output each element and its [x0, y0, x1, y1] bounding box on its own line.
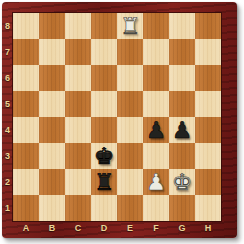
square-h3[interactable]	[195, 143, 221, 169]
file-label-e: E	[117, 221, 143, 238]
square-h1[interactable]	[195, 195, 221, 221]
square-e1[interactable]	[117, 195, 143, 221]
square-a2[interactable]	[13, 169, 39, 195]
file-label-g: G	[169, 221, 195, 238]
square-c1[interactable]	[65, 195, 91, 221]
file-label-c: C	[65, 221, 91, 238]
square-b8[interactable]	[39, 13, 65, 39]
square-g8[interactable]	[169, 13, 195, 39]
square-a8[interactable]	[13, 13, 39, 39]
square-a5[interactable]	[13, 91, 39, 117]
square-h8[interactable]	[195, 13, 221, 39]
chess-board: ♜♟♟♚♜♟♚	[13, 13, 221, 221]
square-a1[interactable]	[13, 195, 39, 221]
piece-black-pawn[interactable]: ♟	[146, 117, 167, 143]
rank-label-6: 6	[2, 65, 13, 91]
square-a3[interactable]	[13, 143, 39, 169]
square-c2[interactable]	[65, 169, 91, 195]
square-g3[interactable]	[169, 143, 195, 169]
square-f1[interactable]	[143, 195, 169, 221]
rank-label-2: 2	[2, 169, 13, 195]
square-b7[interactable]	[39, 39, 65, 65]
square-c7[interactable]	[65, 39, 91, 65]
square-b1[interactable]	[39, 195, 65, 221]
file-label-b: B	[39, 221, 65, 238]
square-a7[interactable]	[13, 39, 39, 65]
rank-label-4: 4	[2, 117, 13, 143]
square-d1[interactable]	[91, 195, 117, 221]
square-e2[interactable]	[117, 169, 143, 195]
piece-white-king[interactable]: ♚	[172, 169, 193, 195]
file-label-a: A	[13, 221, 39, 238]
square-b3[interactable]	[39, 143, 65, 169]
square-c4[interactable]	[65, 117, 91, 143]
rank-label-5: 5	[2, 91, 13, 117]
chess-board-frame: ♜♟♟♚♜♟♚ 87654321 ABCDEFGH	[2, 2, 237, 238]
piece-black-rook[interactable]: ♜	[94, 169, 115, 195]
square-f6[interactable]	[143, 65, 169, 91]
square-e4[interactable]	[117, 117, 143, 143]
square-g5[interactable]	[169, 91, 195, 117]
square-h7[interactable]	[195, 39, 221, 65]
square-e6[interactable]	[117, 65, 143, 91]
square-g4[interactable]: ♟	[169, 117, 195, 143]
rank-label-3: 3	[2, 143, 13, 169]
square-a4[interactable]	[13, 117, 39, 143]
piece-white-pawn[interactable]: ♟	[146, 169, 167, 195]
file-label-f: F	[143, 221, 169, 238]
piece-black-king[interactable]: ♚	[94, 143, 115, 169]
square-d2[interactable]: ♜	[91, 169, 117, 195]
square-f8[interactable]	[143, 13, 169, 39]
rank-label-7: 7	[2, 39, 13, 65]
square-c8[interactable]	[65, 13, 91, 39]
piece-black-pawn[interactable]: ♟	[172, 117, 193, 143]
square-b6[interactable]	[39, 65, 65, 91]
square-g6[interactable]	[169, 65, 195, 91]
square-f4[interactable]: ♟	[143, 117, 169, 143]
square-h2[interactable]	[195, 169, 221, 195]
square-c3[interactable]	[65, 143, 91, 169]
piece-white-rook[interactable]: ♜	[120, 13, 141, 39]
square-g7[interactable]	[169, 39, 195, 65]
square-h4[interactable]	[195, 117, 221, 143]
square-d7[interactable]	[91, 39, 117, 65]
file-label-d: D	[91, 221, 117, 238]
square-d8[interactable]	[91, 13, 117, 39]
square-e3[interactable]	[117, 143, 143, 169]
square-f7[interactable]	[143, 39, 169, 65]
square-c6[interactable]	[65, 65, 91, 91]
square-d3[interactable]: ♚	[91, 143, 117, 169]
square-d4[interactable]	[91, 117, 117, 143]
square-e5[interactable]	[117, 91, 143, 117]
file-label-h: H	[195, 221, 221, 238]
square-d5[interactable]	[91, 91, 117, 117]
square-e7[interactable]	[117, 39, 143, 65]
square-b2[interactable]	[39, 169, 65, 195]
square-f3[interactable]	[143, 143, 169, 169]
square-a6[interactable]	[13, 65, 39, 91]
square-g1[interactable]	[169, 195, 195, 221]
square-f5[interactable]	[143, 91, 169, 117]
square-d6[interactable]	[91, 65, 117, 91]
rank-label-8: 8	[2, 13, 13, 39]
square-b4[interactable]	[39, 117, 65, 143]
square-h6[interactable]	[195, 65, 221, 91]
square-e8[interactable]: ♜	[117, 13, 143, 39]
square-h5[interactable]	[195, 91, 221, 117]
square-b5[interactable]	[39, 91, 65, 117]
square-f2[interactable]: ♟	[143, 169, 169, 195]
rank-label-1: 1	[2, 195, 13, 221]
square-c5[interactable]	[65, 91, 91, 117]
square-g2[interactable]: ♚	[169, 169, 195, 195]
